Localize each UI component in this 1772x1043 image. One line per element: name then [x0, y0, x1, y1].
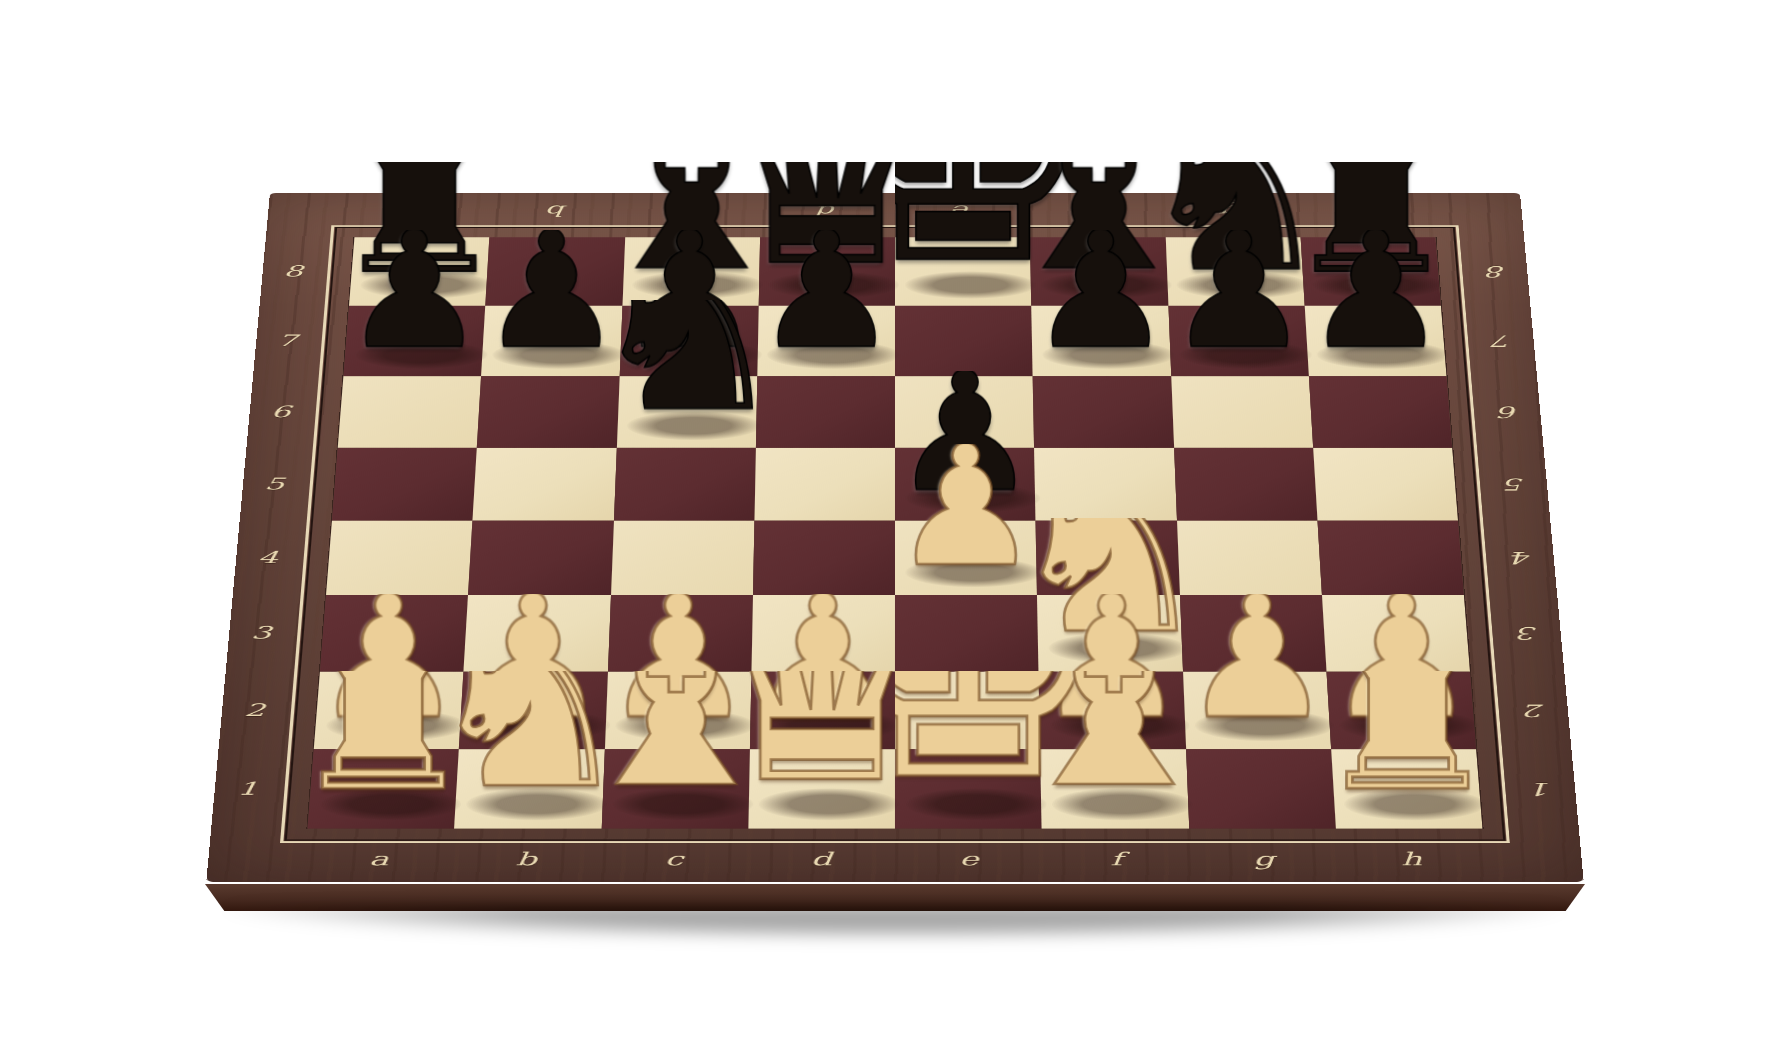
square-a6[interactable] [338, 376, 482, 448]
rank-label-right-5: 5 [1494, 476, 1537, 492]
piece-black-pawn-g7[interactable]: ♟ [1170, 230, 1307, 367]
black-pawn-glyph: ♟ [1303, 214, 1448, 368]
rank-label-left-8: 8 [272, 264, 314, 279]
square-b5[interactable] [473, 448, 617, 521]
rank-label-right-4: 4 [1500, 549, 1544, 566]
black-pawn-glyph: ♟ [1166, 214, 1311, 368]
square-c5[interactable] [613, 448, 755, 521]
chess-board: ♜♝♛♚♝♞♜♟♟♟♟♟♟♟♞♟♟♞♟♟♟♟♟♟♟♜♞♝♛♚♝♜ aabbccd… [206, 193, 1583, 882]
file-label-bottom-f: f [1094, 850, 1138, 868]
board-shadow [225, 905, 1565, 941]
rank-label-left-1: 1 [225, 780, 270, 798]
white-rook-glyph: ♜ [1310, 613, 1503, 818]
file-label-bottom-c: c [651, 850, 695, 868]
file-label-bottom-g: g [1241, 850, 1286, 868]
rank-label-right-7: 7 [1482, 333, 1524, 349]
rank-label-left-7: 7 [266, 333, 308, 349]
piece-black-knight-c6[interactable]: ♞ [618, 300, 757, 439]
black-pawn-glyph: ♟ [1029, 214, 1174, 368]
piece-black-pawn-f7[interactable]: ♟ [1032, 230, 1169, 367]
file-label-bottom-b: b [504, 850, 549, 868]
piece-white-bishop-f1[interactable]: ♝ [1041, 671, 1187, 817]
piece-black-pawn-h7[interactable]: ♟ [1307, 230, 1444, 367]
piece-white-rook-h1[interactable]: ♜ [1334, 671, 1480, 817]
chessboard-photo-scene: ♜♝♛♚♝♞♜♟♟♟♟♟♟♟♞♟♟♞♟♟♟♟♟♟♟♜♞♝♛♚♝♜ aabbccd… [0, 0, 1772, 1043]
black-knight-glyph: ♞ [585, 223, 789, 439]
file-label-bottom-e: e [947, 850, 991, 868]
square-h6[interactable] [1309, 376, 1453, 448]
board-squares-grid: ♜♝♛♚♝♞♜♟♟♟♟♟♟♟♞♟♟♞♟♟♟♟♟♟♟♜♞♝♛♚♝♜ [307, 237, 1482, 828]
rank-label-right-8: 8 [1476, 264, 1518, 279]
rank-label-left-3: 3 [239, 625, 283, 642]
rank-label-right-3: 3 [1507, 625, 1551, 642]
rank-label-left-4: 4 [246, 549, 290, 566]
black-pawn-glyph: ♟ [342, 214, 487, 368]
rank-label-right-6: 6 [1488, 404, 1531, 420]
square-a5[interactable] [332, 448, 477, 521]
piece-black-pawn-a7[interactable]: ♟ [346, 230, 483, 367]
rank-label-right-2: 2 [1513, 701, 1558, 718]
file-label-bottom-h: h [1389, 850, 1434, 868]
rank-label-right-1: 1 [1520, 780, 1565, 798]
file-label-bottom-a: a [356, 850, 401, 868]
file-label-bottom-d: d [799, 850, 843, 868]
white-bishop-glyph: ♝ [1000, 575, 1229, 817]
rank-label-left-2: 2 [232, 701, 277, 718]
rank-label-left-5: 5 [253, 476, 296, 492]
rank-label-left-6: 6 [259, 404, 302, 420]
square-h5[interactable] [1313, 448, 1458, 521]
